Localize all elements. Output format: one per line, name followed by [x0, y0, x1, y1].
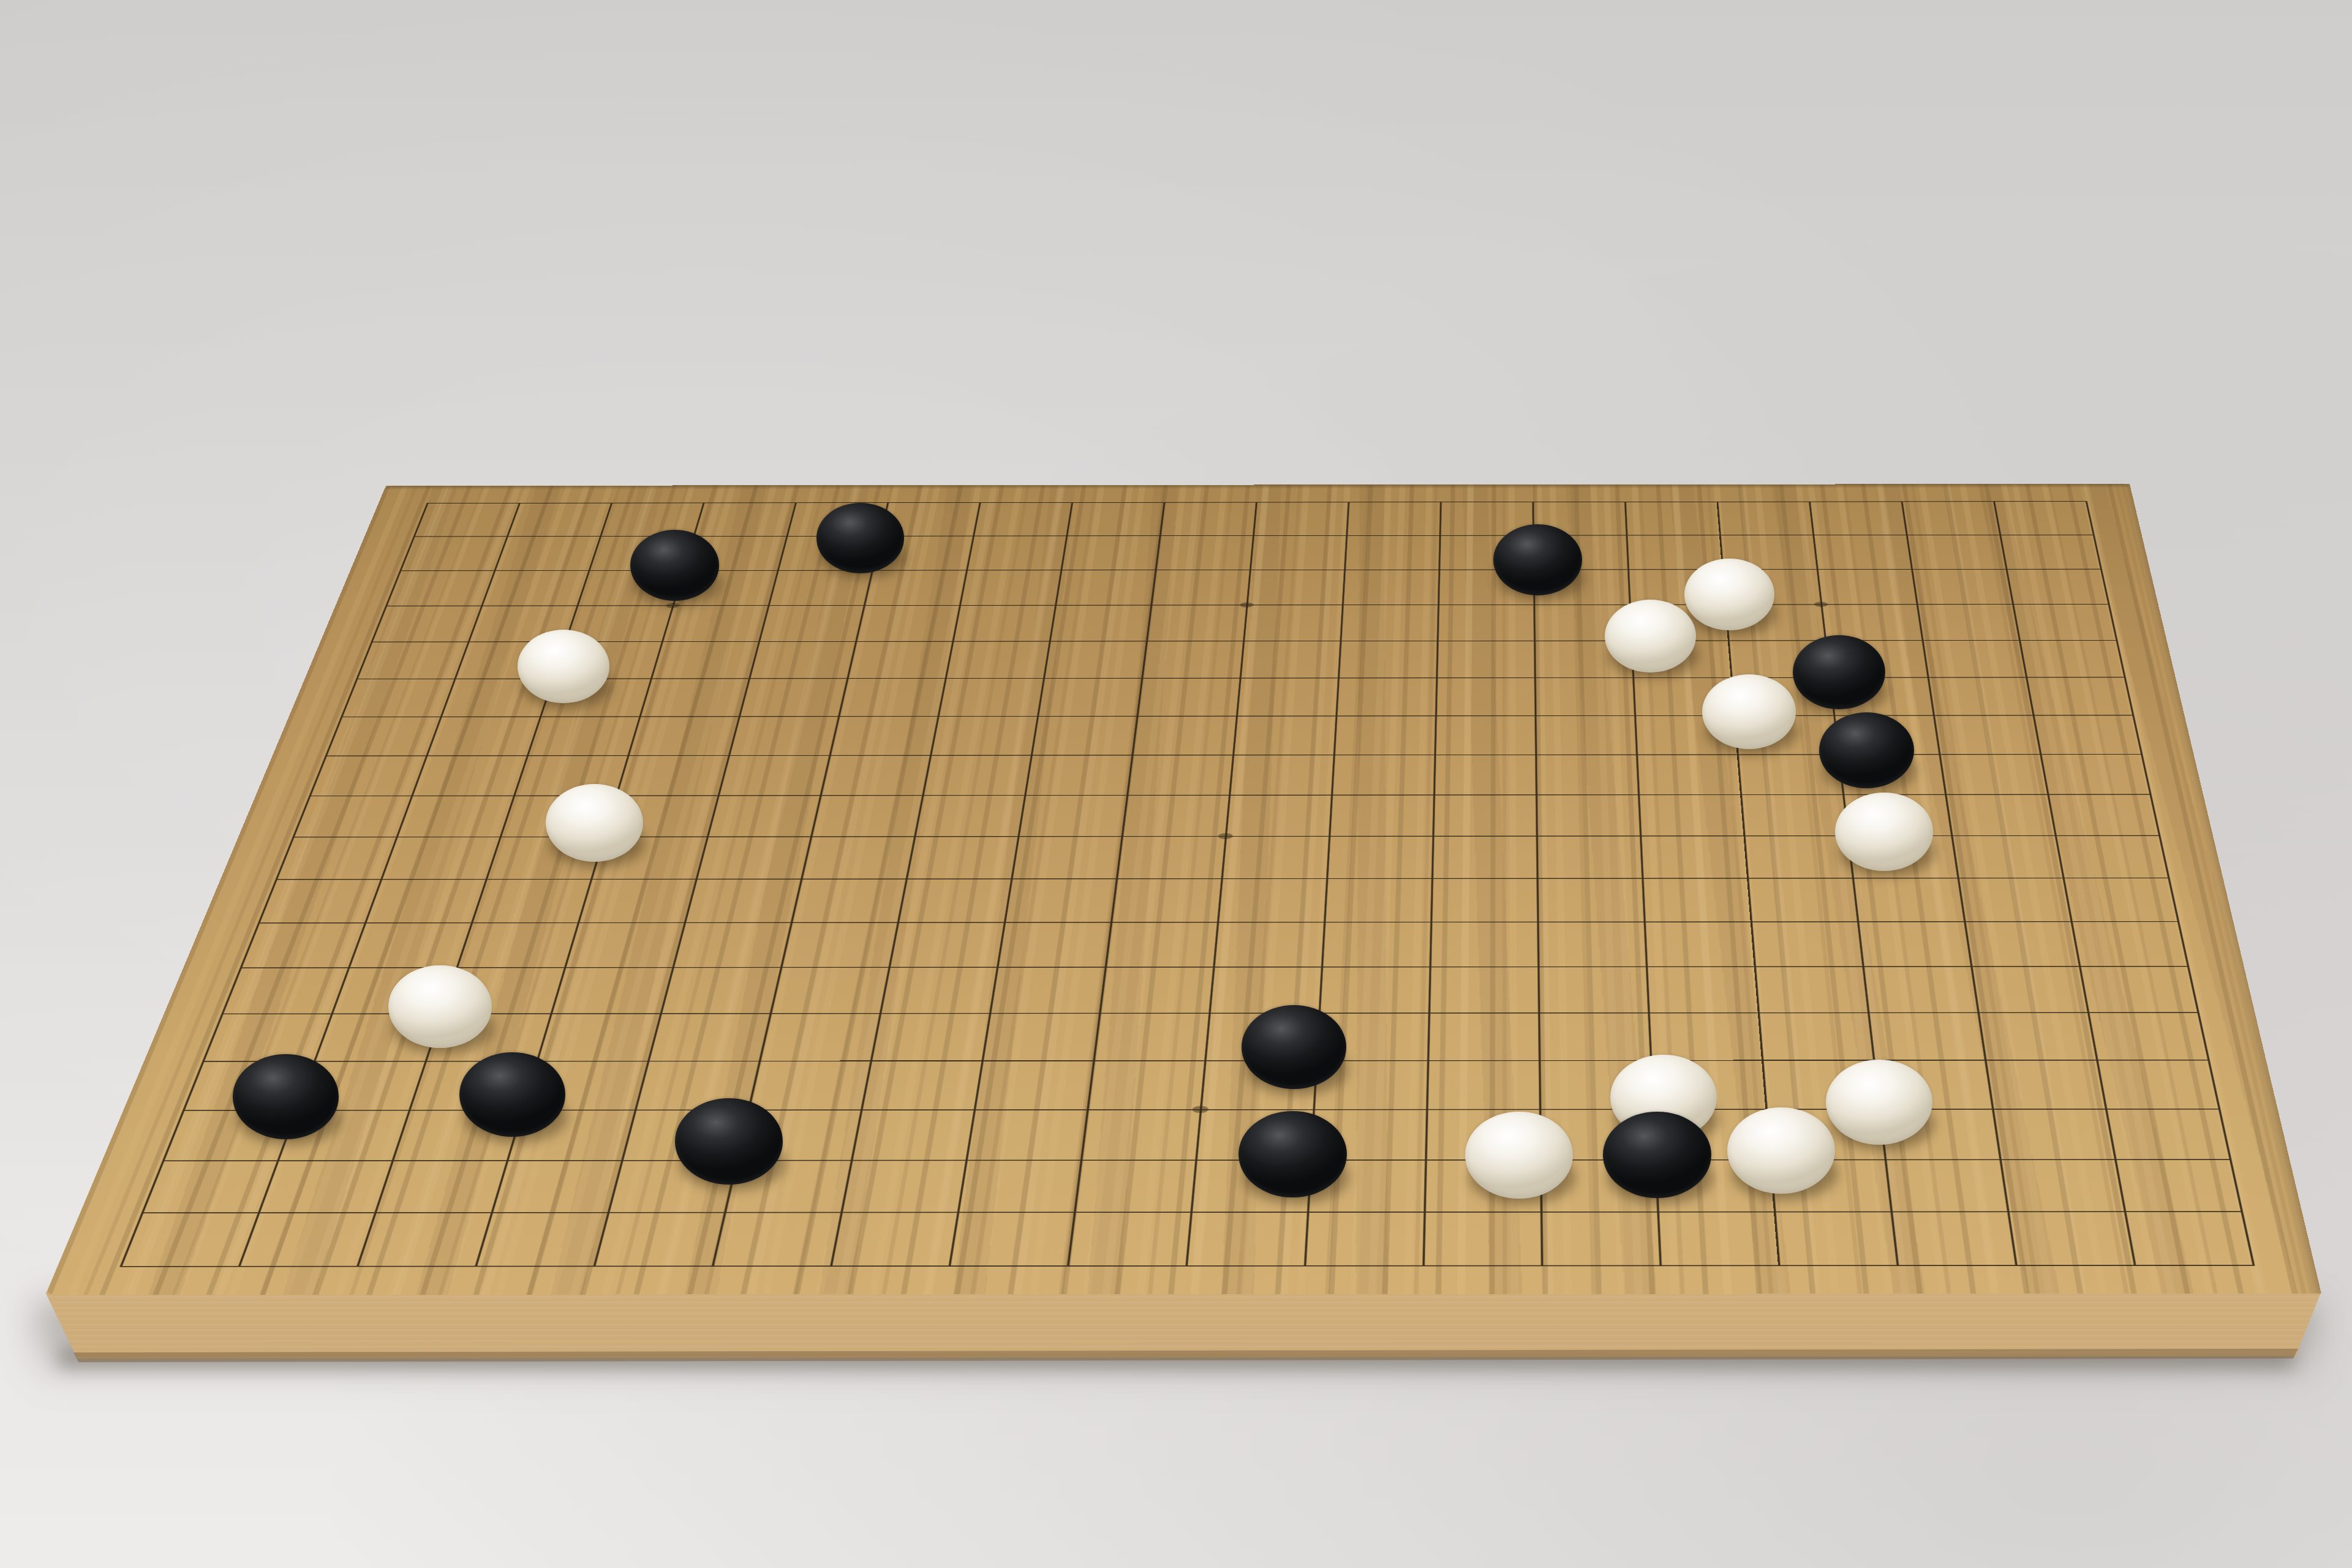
grid-cell [1534, 677, 1634, 715]
grid-cell [1743, 835, 1852, 878]
grid-cell [1868, 1012, 1985, 1060]
grid-cell [1116, 836, 1225, 878]
grid-cell [1638, 794, 1743, 835]
grid-cell [914, 795, 1024, 836]
grid-cell [997, 922, 1110, 967]
black-stone [459, 1052, 565, 1137]
grid-cell [1141, 641, 1243, 678]
grid-cell [1249, 535, 1346, 570]
grid-cell [1646, 967, 1758, 1012]
grid-cell [1758, 1012, 1873, 1060]
grid-cell [1304, 1212, 1423, 1265]
grid-cell [594, 1212, 724, 1266]
grid-cell [1992, 1109, 2114, 1159]
grid-cell [949, 1212, 1074, 1265]
grid-cell [930, 716, 1037, 755]
grid-cell [2079, 966, 2197, 1012]
grid-cell [364, 879, 486, 922]
grid-cell [348, 922, 471, 967]
black-stone [1793, 635, 1885, 709]
grid-cell [1074, 1159, 1195, 1212]
grid-cell [1319, 967, 1430, 1012]
grid-cell [966, 535, 1066, 570]
grid-cell [973, 502, 1071, 536]
grid-cell [1146, 605, 1246, 641]
grid-cell [2055, 835, 2168, 878]
grid-cell [1246, 570, 1344, 605]
grid-cell [1150, 570, 1249, 605]
grid-cell [2047, 794, 2158, 835]
grid-cell [1105, 922, 1217, 967]
grid-cell [471, 879, 590, 922]
black-stone [1819, 712, 1914, 788]
grid-cell [1340, 605, 1438, 641]
grid-cell [1644, 921, 1754, 966]
grid-cell [989, 967, 1105, 1012]
grid-cell [276, 837, 396, 879]
grid-cell [1159, 502, 1256, 536]
grid-cell [1432, 794, 1536, 835]
grid-cell [2070, 921, 2187, 966]
grid-cell [870, 1013, 989, 1061]
grid-cell [1812, 535, 1911, 569]
grid-cell [456, 922, 578, 967]
white-stone [1835, 793, 1932, 871]
go-board-photo-scene [0, 0, 2352, 1568]
grid-cell [1066, 502, 1164, 536]
grid-cell [1535, 715, 1636, 755]
grid-cell [1342, 570, 1439, 605]
grid-cell [959, 570, 1060, 605]
grid-cell [507, 503, 611, 537]
grid-cell [222, 967, 349, 1013]
white-stone [1702, 674, 1796, 749]
grid-cell [880, 967, 997, 1012]
grid-cell [1232, 715, 1335, 755]
grid-cell [906, 836, 1018, 878]
grid-cell [1185, 1212, 1306, 1265]
grid-cell [1928, 677, 2033, 715]
grid-cell [1422, 1212, 1540, 1265]
grid-cell [1939, 754, 2047, 794]
grid-cell [2006, 569, 2108, 605]
black-stone [816, 503, 905, 573]
white-stone [546, 784, 643, 862]
grid-cell [537, 1013, 660, 1061]
grid-cell [1336, 677, 1436, 715]
grid-cell [2087, 1012, 2207, 1060]
grid-cell [1964, 921, 2079, 966]
grid-cell [341, 679, 454, 717]
white-stone [1605, 600, 1696, 673]
hoshi-star-point [1814, 601, 1828, 606]
grid-cell [1437, 605, 1534, 641]
grid-cell [1043, 641, 1146, 678]
grid-cell [551, 967, 673, 1013]
grid-cell [628, 716, 739, 755]
grid-cell [616, 755, 728, 796]
grid-cell [141, 1160, 277, 1212]
white-stone [1465, 1112, 1574, 1198]
goban-grid [119, 501, 2255, 1267]
grid-cell [2007, 1211, 2134, 1265]
grid-cell [527, 716, 639, 755]
grid-cell [1999, 535, 2100, 569]
grid-cell [1537, 878, 1644, 921]
grid-cell [693, 502, 796, 536]
grid-cell [758, 605, 864, 641]
grid-cell [1740, 794, 1847, 835]
grid-cell [1852, 878, 1964, 921]
grid-cell [2012, 604, 2116, 640]
grid-cell [1999, 1159, 2124, 1211]
black-stone [1242, 1005, 1346, 1089]
grid-cell [660, 967, 780, 1013]
grid-cell [238, 1212, 374, 1266]
grid-cell [1862, 966, 1977, 1012]
grid-cell [1945, 794, 2054, 835]
grid-cell [952, 605, 1055, 641]
grid-cell [258, 1160, 391, 1212]
grid-cell [1067, 1212, 1190, 1265]
grid-cell [481, 570, 589, 605]
grid-cell [851, 1109, 974, 1159]
grid-cell [1333, 715, 1435, 755]
grid-cell [945, 641, 1049, 678]
grid-cell [1640, 835, 1747, 878]
grid-cell [385, 570, 494, 605]
black-stone [1603, 1112, 1711, 1198]
grid-cell [1648, 1012, 1762, 1060]
grid-cell [1958, 878, 2071, 921]
grid-cell [712, 1212, 840, 1266]
grid-cell [1717, 502, 1813, 535]
grid-cell [661, 605, 768, 641]
grid-cell [1540, 1212, 1660, 1265]
grid-cell [325, 717, 440, 756]
grid-cell [728, 716, 838, 755]
grid-cell [739, 678, 847, 716]
grid-cell [820, 755, 930, 796]
grid-cell [855, 605, 959, 641]
grid-cell [1018, 795, 1127, 836]
grid-cell [1885, 1159, 2007, 1212]
grid-cell [293, 796, 412, 837]
grid-cell [1155, 535, 1253, 570]
grid-cell [1817, 569, 1917, 605]
grid-cell [922, 755, 1030, 795]
grid-cell [1642, 878, 1750, 921]
grid-cell [1331, 755, 1434, 795]
grid-cell [1657, 1212, 1778, 1265]
grid-cell [578, 879, 696, 922]
grid-cell [240, 922, 364, 967]
grid-cell [2114, 1159, 2241, 1211]
grid-cell [1951, 835, 2062, 878]
grid-cell [1993, 501, 2093, 535]
grid-cell [1121, 795, 1229, 836]
grid-cell [371, 606, 481, 642]
grid-cell [1537, 967, 1648, 1012]
grid-cell [564, 922, 684, 967]
grid-cell [1037, 678, 1141, 716]
white-stone [1727, 1107, 1835, 1194]
grid-cell [1099, 967, 1213, 1012]
grid-cell [847, 641, 952, 679]
grid-cell [1080, 1109, 1200, 1159]
grid-cell [1774, 1212, 1897, 1265]
grid-cell [2026, 677, 2132, 715]
grid-cell [1751, 921, 1863, 966]
grid-cell [426, 717, 540, 756]
grid-cell [1977, 1012, 2096, 1060]
grid-cell [491, 1160, 622, 1212]
grid-cell [673, 922, 791, 967]
grid-cell [120, 1212, 258, 1266]
grid-cell [1329, 794, 1433, 835]
grid-cell [1240, 641, 1340, 678]
grid-cell [974, 1060, 1093, 1109]
grid-cell [982, 1013, 1099, 1061]
grid-cell [1213, 922, 1324, 967]
grid-cell [861, 1060, 981, 1109]
grid-cell [400, 536, 507, 570]
grid-cell [696, 836, 810, 878]
grid-cell [938, 678, 1043, 716]
grid-cell [1087, 1060, 1204, 1109]
grid-cell [1857, 921, 1970, 966]
grid-cell [965, 1109, 1087, 1159]
grid-cell [684, 879, 801, 922]
grid-cell [1110, 878, 1221, 922]
grid-cell [1225, 794, 1331, 835]
hoshi-star-point [1217, 833, 1232, 839]
goban-board-surface [46, 484, 2321, 1295]
grid-cell [1011, 836, 1121, 878]
grid-cell [1430, 922, 1538, 967]
grid-cell [1922, 640, 2026, 677]
grid-cell [1049, 605, 1151, 641]
grid-cell [1221, 836, 1329, 878]
grid-cell [1537, 922, 1646, 967]
grid-cell [830, 1212, 957, 1266]
grid-cell [411, 755, 527, 796]
grid-cell [1243, 605, 1342, 641]
grid-cell [650, 641, 758, 679]
grid-cell [829, 716, 938, 755]
grid-cell [1436, 641, 1534, 678]
grid-cell [1985, 1060, 2105, 1109]
grid-cell [475, 1212, 608, 1266]
grid-cell [1747, 878, 1857, 921]
grid-cell [1536, 794, 1640, 835]
grid-cell [840, 1160, 965, 1212]
black-stone [630, 530, 719, 601]
grid-cell [1624, 502, 1719, 535]
grid-cell [1917, 604, 2019, 640]
grid-cell [1326, 836, 1432, 878]
grid-cell [1430, 878, 1537, 922]
hoshi-star-point [1239, 602, 1253, 607]
grid-cell [748, 641, 855, 679]
black-stone [675, 1098, 783, 1185]
grid-cell [1538, 1012, 1650, 1060]
grid-cell [1535, 755, 1638, 795]
grid-cell [838, 678, 945, 716]
grid-cell [1431, 835, 1537, 878]
grid-cell [2040, 754, 2149, 794]
white-stone [1684, 559, 1774, 630]
grid-cell [1754, 966, 1868, 1012]
grid-cell [309, 755, 426, 796]
grid-cell [1004, 878, 1116, 922]
grid-cell [1809, 501, 1906, 535]
grid-cell [2124, 1211, 2253, 1265]
grid-cell [801, 836, 914, 878]
grid-cell [1890, 1212, 2015, 1265]
grid-cell [810, 795, 922, 836]
grid-cell [1061, 535, 1159, 570]
grid-cell [2062, 878, 2177, 921]
white-stone [518, 630, 609, 703]
grid-cell [897, 878, 1011, 922]
black-stone [233, 1054, 339, 1139]
black-stone [1493, 524, 1582, 595]
grid-cell [1434, 715, 1536, 755]
grid-cell [1933, 715, 2040, 754]
grid-cell [1536, 835, 1642, 878]
grid-cell [1055, 570, 1155, 605]
grid-cell [957, 1159, 1080, 1212]
grid-cell [791, 878, 906, 922]
grid-cell [1427, 1012, 1539, 1060]
grid-cell [718, 755, 829, 796]
grid-cell [1093, 1013, 1208, 1061]
grid-cell [203, 1014, 331, 1061]
grid-cell [2032, 715, 2141, 754]
white-stone [1826, 1060, 1932, 1145]
grid-cell [770, 967, 889, 1013]
white-stone [388, 965, 491, 1048]
grid-cell [1217, 878, 1326, 922]
grid-cell [356, 1212, 491, 1266]
grid-cell [1970, 966, 2087, 1012]
grid-cell [1126, 755, 1232, 795]
grid-cell [1433, 755, 1536, 795]
grid-cell [748, 1060, 870, 1109]
grid-cell [1229, 755, 1333, 795]
grid-cell [1911, 569, 2012, 605]
grid-cell [494, 536, 600, 570]
grid-cell [1321, 922, 1430, 967]
grid-cell [780, 922, 897, 967]
grid-cell [1338, 641, 1437, 678]
hoshi-star-point [1191, 1106, 1208, 1113]
grid-cell [2096, 1060, 2218, 1109]
grid-cell [707, 795, 820, 836]
grid-cell [1435, 677, 1535, 715]
grid-cell [2105, 1109, 2229, 1159]
grid-cell [1031, 716, 1137, 755]
grid-cell [2019, 640, 2124, 677]
grid-cell [1346, 502, 1440, 535]
grid-cell [374, 1160, 507, 1212]
grid-cell [759, 1013, 880, 1061]
grid-cell [1253, 502, 1347, 535]
grid-cell [1324, 878, 1431, 922]
grid-cell [380, 837, 499, 879]
grid-cell [413, 503, 519, 537]
black-stone [1238, 1111, 1346, 1197]
grid-cell [1901, 501, 2000, 535]
grid-cell [1344, 535, 1439, 570]
grid-cell [1236, 677, 1338, 715]
grid-cell [1636, 754, 1740, 794]
grid-cell [1132, 716, 1237, 755]
grid-cell [1906, 535, 2006, 569]
grid-cell [1024, 755, 1131, 795]
grid-cell [639, 678, 749, 716]
grid-cell [258, 879, 380, 922]
grid-cell [1137, 678, 1240, 716]
grid-cell [1428, 967, 1538, 1012]
grid-cell [356, 641, 468, 679]
grid-cell [647, 1013, 770, 1061]
grid-cell [396, 796, 513, 837]
grid-cell [889, 922, 1004, 967]
grid-cell [1426, 1060, 1539, 1109]
